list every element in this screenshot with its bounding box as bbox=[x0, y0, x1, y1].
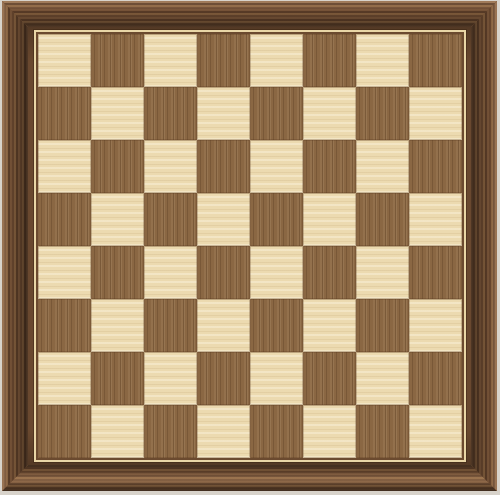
square-b6[interactable] bbox=[91, 140, 144, 193]
board-grid bbox=[38, 34, 462, 458]
square-f6[interactable] bbox=[303, 140, 356, 193]
square-g5[interactable] bbox=[356, 193, 409, 246]
square-d2[interactable] bbox=[197, 352, 250, 405]
chessboard-photo bbox=[0, 0, 500, 495]
square-e2[interactable] bbox=[250, 352, 303, 405]
square-e8[interactable] bbox=[250, 34, 303, 87]
square-c3[interactable] bbox=[144, 299, 197, 352]
square-c4[interactable] bbox=[144, 246, 197, 299]
square-c5[interactable] bbox=[144, 193, 197, 246]
square-h8[interactable] bbox=[409, 34, 462, 87]
square-h1[interactable] bbox=[409, 405, 462, 458]
square-g4[interactable] bbox=[356, 246, 409, 299]
square-a2[interactable] bbox=[38, 352, 91, 405]
chessboard bbox=[2, 1, 497, 491]
square-e5[interactable] bbox=[250, 193, 303, 246]
square-f2[interactable] bbox=[303, 352, 356, 405]
square-c1[interactable] bbox=[144, 405, 197, 458]
square-d6[interactable] bbox=[197, 140, 250, 193]
square-b4[interactable] bbox=[91, 246, 144, 299]
square-c8[interactable] bbox=[144, 34, 197, 87]
square-a4[interactable] bbox=[38, 246, 91, 299]
square-b8[interactable] bbox=[91, 34, 144, 87]
square-e6[interactable] bbox=[250, 140, 303, 193]
square-f4[interactable] bbox=[303, 246, 356, 299]
square-f3[interactable] bbox=[303, 299, 356, 352]
square-g2[interactable] bbox=[356, 352, 409, 405]
square-c6[interactable] bbox=[144, 140, 197, 193]
board-frame-top bbox=[2, 1, 497, 27]
square-a1[interactable] bbox=[38, 405, 91, 458]
square-d7[interactable] bbox=[197, 87, 250, 140]
square-g1[interactable] bbox=[356, 405, 409, 458]
square-d3[interactable] bbox=[197, 299, 250, 352]
square-g7[interactable] bbox=[356, 87, 409, 140]
square-h2[interactable] bbox=[409, 352, 462, 405]
maple-inlay-line bbox=[34, 30, 466, 462]
square-a8[interactable] bbox=[38, 34, 91, 87]
square-b1[interactable] bbox=[91, 405, 144, 458]
square-a3[interactable] bbox=[38, 299, 91, 352]
square-h5[interactable] bbox=[409, 193, 462, 246]
square-g8[interactable] bbox=[356, 34, 409, 87]
square-c7[interactable] bbox=[144, 87, 197, 140]
square-b5[interactable] bbox=[91, 193, 144, 246]
square-d8[interactable] bbox=[197, 34, 250, 87]
board-frame-left bbox=[2, 1, 28, 491]
square-d1[interactable] bbox=[197, 405, 250, 458]
square-f5[interactable] bbox=[303, 193, 356, 246]
square-h6[interactable] bbox=[409, 140, 462, 193]
square-d4[interactable] bbox=[197, 246, 250, 299]
square-b7[interactable] bbox=[91, 87, 144, 140]
square-h7[interactable] bbox=[409, 87, 462, 140]
square-e7[interactable] bbox=[250, 87, 303, 140]
square-h4[interactable] bbox=[409, 246, 462, 299]
board-interior bbox=[28, 27, 471, 465]
square-e4[interactable] bbox=[250, 246, 303, 299]
square-g6[interactable] bbox=[356, 140, 409, 193]
square-e1[interactable] bbox=[250, 405, 303, 458]
square-f1[interactable] bbox=[303, 405, 356, 458]
square-c2[interactable] bbox=[144, 352, 197, 405]
square-f8[interactable] bbox=[303, 34, 356, 87]
board-frame-bottom bbox=[2, 465, 497, 491]
square-f7[interactable] bbox=[303, 87, 356, 140]
square-h3[interactable] bbox=[409, 299, 462, 352]
square-a7[interactable] bbox=[38, 87, 91, 140]
square-d5[interactable] bbox=[197, 193, 250, 246]
square-g3[interactable] bbox=[356, 299, 409, 352]
square-a6[interactable] bbox=[38, 140, 91, 193]
square-b2[interactable] bbox=[91, 352, 144, 405]
square-b3[interactable] bbox=[91, 299, 144, 352]
square-a5[interactable] bbox=[38, 193, 91, 246]
board-frame-right bbox=[471, 1, 497, 491]
veneer-seam bbox=[36, 32, 464, 460]
square-e3[interactable] bbox=[250, 299, 303, 352]
